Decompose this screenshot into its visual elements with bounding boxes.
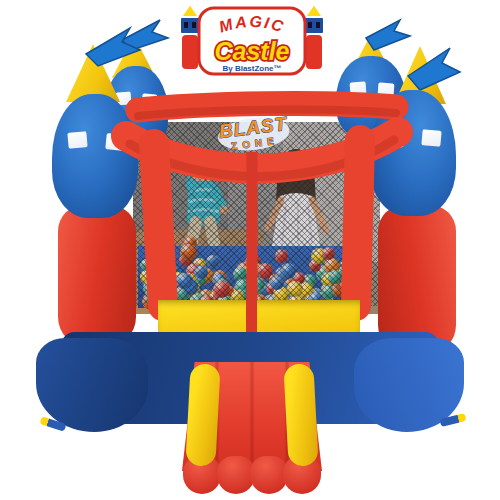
- badge-castle-text: Castle: [214, 37, 289, 65]
- badge-byline-text: By BlastZone™: [222, 64, 281, 73]
- ramp-rail-right: [283, 363, 318, 466]
- product-photo: BLAST ZONE: [0, 0, 500, 500]
- right-front-pillar: [356, 140, 360, 306]
- base-left-corner: [36, 338, 148, 432]
- ramp-rail-left: [185, 363, 220, 466]
- entrance-ramp: [182, 362, 322, 494]
- blast-zone-logo: BLAST ZONE: [216, 113, 291, 155]
- left-front-pillar: [154, 144, 163, 306]
- magic-castle-badge: MAGIC Castle By BlastZone™: [175, 2, 329, 82]
